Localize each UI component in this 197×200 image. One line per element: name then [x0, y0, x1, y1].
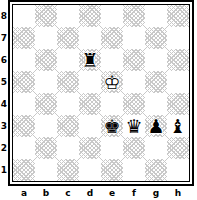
square-a1[interactable]: [13, 159, 35, 181]
square-h2[interactable]: [167, 137, 189, 159]
file-label-f: f: [123, 186, 145, 200]
file-label-g: g: [145, 186, 167, 200]
square-g3[interactable]: ♟: [145, 115, 167, 137]
square-d1[interactable]: [79, 159, 101, 181]
square-b6[interactable]: [35, 49, 57, 71]
file-label-a: a: [13, 186, 35, 200]
file-label-e: e: [101, 186, 123, 200]
square-b5[interactable]: [35, 71, 57, 93]
piece-black-queen[interactable]: ♛: [123, 115, 145, 137]
square-a5[interactable]: [13, 71, 35, 93]
file-label-b: b: [35, 186, 57, 200]
square-d6[interactable]: ♜: [79, 49, 101, 71]
square-f4[interactable]: [123, 93, 145, 115]
square-g8[interactable]: [145, 5, 167, 27]
file-label-c: c: [57, 186, 79, 200]
square-c2[interactable]: [57, 137, 79, 159]
square-e6[interactable]: [101, 49, 123, 71]
square-f5[interactable]: [123, 71, 145, 93]
square-e8[interactable]: [101, 5, 123, 27]
square-g1[interactable]: [145, 159, 167, 181]
square-b2[interactable]: [35, 137, 57, 159]
square-b8[interactable]: [35, 5, 57, 27]
square-g6[interactable]: [145, 49, 167, 71]
piece-black-rook[interactable]: ♜: [79, 49, 101, 71]
square-c7[interactable]: [57, 27, 79, 49]
file-label-h: h: [167, 186, 189, 200]
square-h6[interactable]: [167, 49, 189, 71]
square-f1[interactable]: [123, 159, 145, 181]
square-g2[interactable]: [145, 137, 167, 159]
square-d7[interactable]: [79, 27, 101, 49]
square-h1[interactable]: [167, 159, 189, 181]
chess-diagram: 87654321 ♜♚♔♚♛♟♝ abcdefgh: [0, 0, 197, 200]
square-f7[interactable]: [123, 27, 145, 49]
square-g5[interactable]: [145, 71, 167, 93]
square-f6[interactable]: [123, 49, 145, 71]
square-f2[interactable]: [123, 137, 145, 159]
piece-white-king[interactable]: ♚♔: [101, 71, 123, 93]
rank-label-8: 8: [0, 5, 8, 27]
square-e4[interactable]: [101, 93, 123, 115]
square-a4[interactable]: [13, 93, 35, 115]
square-a2[interactable]: [13, 137, 35, 159]
square-g4[interactable]: [145, 93, 167, 115]
square-h7[interactable]: [167, 27, 189, 49]
square-b1[interactable]: [35, 159, 57, 181]
rank-label-6: 6: [0, 49, 8, 71]
chess-board: ♜♚♔♚♛♟♝: [13, 5, 189, 181]
square-h8[interactable]: [167, 5, 189, 27]
piece-black-pawn[interactable]: ♟: [145, 115, 167, 137]
square-c8[interactable]: [57, 5, 79, 27]
square-f8[interactable]: [123, 5, 145, 27]
piece-black-king[interactable]: ♚: [101, 115, 123, 137]
square-d5[interactable]: [79, 71, 101, 93]
square-b3[interactable]: [35, 115, 57, 137]
square-a3[interactable]: [13, 115, 35, 137]
square-f3[interactable]: ♛: [123, 115, 145, 137]
square-d8[interactable]: [79, 5, 101, 27]
rank-label-5: 5: [0, 71, 8, 93]
square-c4[interactable]: [57, 93, 79, 115]
square-c6[interactable]: [57, 49, 79, 71]
rank-label-3: 3: [0, 115, 8, 137]
white-king-outline: ♔: [101, 71, 123, 93]
file-label-d: d: [79, 186, 101, 200]
square-c1[interactable]: [57, 159, 79, 181]
square-h3[interactable]: ♝: [167, 115, 189, 137]
square-e1[interactable]: [101, 159, 123, 181]
rank-label-2: 2: [0, 137, 8, 159]
rank-label-1: 1: [0, 159, 8, 181]
board-border: ♜♚♔♚♛♟♝: [8, 0, 194, 186]
square-c3[interactable]: [57, 115, 79, 137]
rank-labels: 87654321: [0, 5, 8, 181]
square-d4[interactable]: [79, 93, 101, 115]
square-e2[interactable]: [101, 137, 123, 159]
square-b7[interactable]: [35, 27, 57, 49]
square-d3[interactable]: [79, 115, 101, 137]
square-a7[interactable]: [13, 27, 35, 49]
square-b4[interactable]: [35, 93, 57, 115]
rank-label-4: 4: [0, 93, 8, 115]
piece-black-bishop[interactable]: ♝: [167, 115, 189, 137]
file-labels: abcdefgh: [13, 186, 189, 200]
square-h5[interactable]: [167, 71, 189, 93]
square-a6[interactable]: [13, 49, 35, 71]
square-c5[interactable]: [57, 71, 79, 93]
square-e5[interactable]: ♚♔: [101, 71, 123, 93]
square-h4[interactable]: [167, 93, 189, 115]
square-g7[interactable]: [145, 27, 167, 49]
square-d2[interactable]: [79, 137, 101, 159]
rank-label-7: 7: [0, 27, 8, 49]
square-a8[interactable]: [13, 5, 35, 27]
square-e7[interactable]: [101, 27, 123, 49]
square-e3[interactable]: ♚: [101, 115, 123, 137]
